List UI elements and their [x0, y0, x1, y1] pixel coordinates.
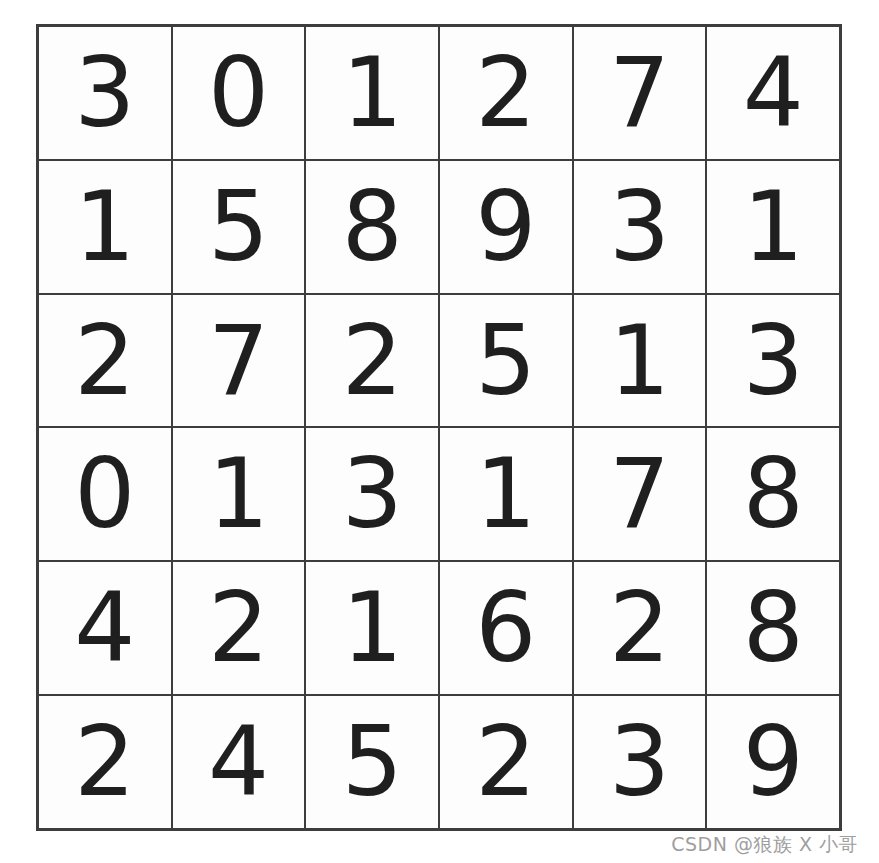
grid-cell-r2c4: 9 [440, 161, 572, 293]
grid-cell-r4c3: 3 [306, 428, 438, 560]
grid-cell-r4c6: 8 [707, 428, 839, 560]
grid-cell-r5c2: 2 [173, 562, 305, 694]
grid-cell-r6c3: 5 [306, 696, 438, 828]
grid-cell-r2c1: 1 [39, 161, 171, 293]
grid-cell-r3c2: 7 [173, 295, 305, 427]
grid-cell-r1c5: 7 [574, 27, 706, 159]
grid-cell-r5c6: 8 [707, 562, 839, 694]
grid-cell-r6c6: 9 [707, 696, 839, 828]
grid-cell-r4c1: 0 [39, 428, 171, 560]
grid-cell-r3c5: 1 [574, 295, 706, 427]
grid-cell-r6c4: 2 [440, 696, 572, 828]
grid-cell-r4c5: 7 [574, 428, 706, 560]
grid-cell-r4c2: 1 [173, 428, 305, 560]
watermark-text: CSDN @狼族 X 小哥 [671, 832, 858, 858]
grid-cell-r2c3: 8 [306, 161, 438, 293]
grid-cell-r3c6: 3 [707, 295, 839, 427]
grid-cell-r1c6: 4 [707, 27, 839, 159]
grid-cell-r5c5: 2 [574, 562, 706, 694]
number-grid-board: 301274158931272513013178421628245239 [36, 24, 842, 831]
grid-cell-r6c1: 2 [39, 696, 171, 828]
grid-cell-r6c2: 4 [173, 696, 305, 828]
grid-cell-r1c4: 2 [440, 27, 572, 159]
grid-cell-r3c1: 2 [39, 295, 171, 427]
grid-cell-r4c4: 1 [440, 428, 572, 560]
grid-cell-r5c1: 4 [39, 562, 171, 694]
grid-cell-r2c6: 1 [707, 161, 839, 293]
grid-cell-r1c3: 1 [306, 27, 438, 159]
grid-cell-r3c4: 5 [440, 295, 572, 427]
grid-cell-r2c5: 3 [574, 161, 706, 293]
grid-cell-r1c2: 0 [173, 27, 305, 159]
grid-cell-r6c5: 3 [574, 696, 706, 828]
grid-cell-r1c1: 3 [39, 27, 171, 159]
grid-cell-r2c2: 5 [173, 161, 305, 293]
grid-cell-r5c4: 6 [440, 562, 572, 694]
grid-cell-r3c3: 2 [306, 295, 438, 427]
grid-cell-r5c3: 1 [306, 562, 438, 694]
